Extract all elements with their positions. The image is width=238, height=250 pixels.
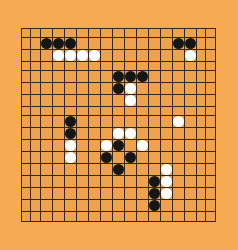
board-cell: [161, 200, 173, 212]
board-cell: [125, 83, 137, 95]
board-cell: [173, 140, 185, 152]
board-cell: [161, 152, 173, 164]
board-cell: [77, 83, 89, 95]
board-cell: [65, 116, 77, 128]
board-cell: [206, 188, 215, 200]
black-stone: [149, 200, 160, 211]
board-cell: [53, 164, 65, 176]
board-cell: [197, 95, 206, 107]
board-cell: [161, 188, 173, 200]
board-cell: [41, 188, 53, 200]
board-cell: [31, 188, 40, 200]
black-stone: [65, 116, 76, 127]
board-cell: [113, 50, 125, 62]
board-cell: [125, 200, 137, 212]
board-cell: [197, 212, 206, 221]
board-cell: [185, 50, 197, 62]
board-cell: [22, 140, 31, 152]
board-cell: [89, 128, 101, 140]
board-cell: [185, 176, 197, 188]
board-cell: [206, 212, 215, 221]
board-cell: [77, 152, 89, 164]
board-cell: [161, 107, 173, 116]
board-cell: [101, 50, 113, 62]
black-stone: [125, 152, 136, 163]
board-cell: [89, 176, 101, 188]
board-cell: [101, 188, 113, 200]
black-stone: [149, 188, 160, 199]
board-cell: [41, 107, 53, 116]
board-cell: [173, 95, 185, 107]
board-cell: [113, 140, 125, 152]
board-cell: [149, 140, 161, 152]
board-cell: [197, 83, 206, 95]
board-cell: [113, 164, 125, 176]
board-cell: [137, 116, 149, 128]
board-cell: [185, 95, 197, 107]
board-cell: [197, 38, 206, 50]
black-stone: [53, 38, 64, 49]
board-cell: [173, 62, 185, 71]
board-cell: [173, 200, 185, 212]
white-stone: [125, 128, 136, 139]
board-cell: [161, 176, 173, 188]
board-cell: [113, 71, 125, 83]
board-cell: [197, 71, 206, 83]
white-stone: [53, 50, 64, 61]
black-stone: [137, 71, 148, 82]
board-cell: [185, 140, 197, 152]
board-cell: [31, 164, 40, 176]
board-cell: [53, 212, 65, 221]
board-cell: [185, 83, 197, 95]
board-cell: [41, 116, 53, 128]
board-cell: [113, 116, 125, 128]
board-cell: [22, 152, 31, 164]
board-cell: [41, 83, 53, 95]
board-cell: [185, 212, 197, 221]
black-stone: [113, 71, 124, 82]
board-cell: [101, 95, 113, 107]
board-cell: [53, 188, 65, 200]
board-cell: [185, 152, 197, 164]
board-cell: [185, 128, 197, 140]
board-cell: [137, 83, 149, 95]
board-cell: [125, 188, 137, 200]
board-cell: [113, 38, 125, 50]
white-stone: [113, 128, 124, 139]
board-cell: [53, 116, 65, 128]
board-cell: [173, 107, 185, 116]
board-cell: [185, 107, 197, 116]
board-cell: [185, 62, 197, 71]
board-cell: [31, 107, 40, 116]
board-cell: [149, 116, 161, 128]
board-cell: [101, 107, 113, 116]
board-cell: [31, 71, 40, 83]
board-cell: [125, 38, 137, 50]
board-cell: [89, 140, 101, 152]
board-cell: [185, 71, 197, 83]
board-cell: [101, 62, 113, 71]
board-cell: [113, 29, 125, 38]
board-cell: [41, 212, 53, 221]
board-cell: [89, 152, 101, 164]
board-cell: [161, 128, 173, 140]
board-cell: [113, 212, 125, 221]
board-cell: [173, 212, 185, 221]
board-cell: [31, 83, 40, 95]
board-cell: [149, 95, 161, 107]
board-cell: [149, 128, 161, 140]
board-cell: [41, 152, 53, 164]
board-cell: [206, 176, 215, 188]
board-cell: [101, 116, 113, 128]
board-cell: [22, 83, 31, 95]
board-cell: [185, 164, 197, 176]
board-cell: [161, 95, 173, 107]
board-cell: [89, 188, 101, 200]
board-cell: [89, 71, 101, 83]
board-cell: [31, 176, 40, 188]
white-stone: [125, 83, 136, 94]
board-cell: [101, 200, 113, 212]
board-cell: [77, 188, 89, 200]
black-stone: [149, 176, 160, 187]
board-cell: [41, 71, 53, 83]
board-cell: [53, 176, 65, 188]
board-cell: [173, 50, 185, 62]
board-cell: [125, 128, 137, 140]
board-cell: [22, 95, 31, 107]
board-cell: [197, 29, 206, 38]
board-cell: [65, 62, 77, 71]
board-cell: [161, 140, 173, 152]
white-stone: [89, 50, 100, 61]
white-stone: [161, 188, 172, 199]
board-cell: [89, 116, 101, 128]
board-cell: [137, 38, 149, 50]
board-cell: [65, 38, 77, 50]
board-cell: [53, 71, 65, 83]
board-cell: [31, 116, 40, 128]
board-cell: [65, 200, 77, 212]
board-cell: [125, 164, 137, 176]
board-cell: [149, 164, 161, 176]
black-stone: [65, 128, 76, 139]
board-cell: [77, 212, 89, 221]
board-cell: [173, 38, 185, 50]
board-cell: [173, 71, 185, 83]
black-stone: [185, 38, 196, 49]
board-cell: [161, 83, 173, 95]
white-stone: [77, 50, 88, 61]
board-cell: [89, 107, 101, 116]
board-cell: [22, 176, 31, 188]
board-cell: [53, 200, 65, 212]
board-cell: [113, 128, 125, 140]
board-cell: [65, 164, 77, 176]
board-cell: [125, 71, 137, 83]
board-cell: [22, 29, 31, 38]
board-cell: [149, 38, 161, 50]
board-cell: [65, 140, 77, 152]
board-cell: [113, 107, 125, 116]
board-cell: [173, 188, 185, 200]
white-stone: [65, 140, 76, 151]
board-cell: [41, 140, 53, 152]
board-cell: [125, 176, 137, 188]
board-cell: [137, 152, 149, 164]
board-cell: [137, 95, 149, 107]
board-cell: [197, 116, 206, 128]
board-cell: [65, 50, 77, 62]
board-cell: [197, 200, 206, 212]
board-cell: [101, 152, 113, 164]
board-cell: [31, 62, 40, 71]
board-cell: [53, 29, 65, 38]
board-cell: [149, 29, 161, 38]
board-cell: [41, 29, 53, 38]
board-cell: [65, 29, 77, 38]
board-cell: [149, 62, 161, 71]
board-cell: [53, 62, 65, 71]
board-cell: [206, 200, 215, 212]
board-cell: [125, 50, 137, 62]
white-stone: [125, 95, 136, 106]
board-cell: [41, 95, 53, 107]
board-cell: [113, 152, 125, 164]
board-cell: [65, 176, 77, 188]
board-cell: [137, 71, 149, 83]
board-cell: [22, 62, 31, 71]
board-cell: [31, 128, 40, 140]
board-cell: [22, 164, 31, 176]
board-cell: [89, 95, 101, 107]
board-cell: [77, 200, 89, 212]
board-cell: [101, 83, 113, 95]
board-cell: [206, 140, 215, 152]
board-cell: [22, 188, 31, 200]
board-cell: [137, 128, 149, 140]
board-cell: [22, 71, 31, 83]
black-stone: [101, 152, 112, 163]
board-cell: [161, 38, 173, 50]
board-cell: [89, 200, 101, 212]
board-cell: [101, 140, 113, 152]
board-cell: [77, 29, 89, 38]
board-cell: [197, 152, 206, 164]
board-cell: [77, 116, 89, 128]
board-cell: [101, 128, 113, 140]
board-cell: [89, 29, 101, 38]
board-cell: [41, 200, 53, 212]
board-cell: [89, 212, 101, 221]
board-cell: [149, 152, 161, 164]
board-cell: [173, 152, 185, 164]
board-cell: [22, 107, 31, 116]
board-cell: [89, 164, 101, 176]
board-cell: [185, 38, 197, 50]
go-board: [21, 28, 216, 222]
board-cell: [125, 95, 137, 107]
board-cell: [77, 164, 89, 176]
board-cell: [173, 176, 185, 188]
board-cell: [173, 83, 185, 95]
board-cell: [173, 164, 185, 176]
board-cell: [113, 83, 125, 95]
board-cell: [41, 50, 53, 62]
board-cell: [77, 107, 89, 116]
board-cell: [31, 38, 40, 50]
board-cell: [149, 212, 161, 221]
board-cell: [137, 176, 149, 188]
black-stone: [173, 38, 184, 49]
board-cell: [65, 152, 77, 164]
board-cell: [149, 50, 161, 62]
board-cell: [22, 212, 31, 221]
board-cell: [65, 95, 77, 107]
board-cell: [31, 212, 40, 221]
board-cell: [185, 188, 197, 200]
board-cell: [206, 107, 215, 116]
board-cell: [161, 71, 173, 83]
board-cell: [53, 128, 65, 140]
board-cell: [77, 38, 89, 50]
board-cell: [149, 188, 161, 200]
board-cell: [65, 212, 77, 221]
board-cell: [137, 200, 149, 212]
board-cell: [113, 200, 125, 212]
board-cell: [206, 29, 215, 38]
board-cell: [149, 83, 161, 95]
board-cell: [197, 62, 206, 71]
board-cell: [53, 83, 65, 95]
board-cell: [149, 200, 161, 212]
white-stone: [137, 140, 148, 151]
board-cell: [77, 128, 89, 140]
white-stone: [65, 152, 76, 163]
board-cell: [206, 128, 215, 140]
board-cell: [22, 50, 31, 62]
board-cell: [206, 50, 215, 62]
board-cell: [161, 62, 173, 71]
board-cell: [197, 176, 206, 188]
white-stone: [173, 116, 184, 127]
board-cell: [125, 212, 137, 221]
board-cell: [53, 140, 65, 152]
white-stone: [101, 140, 112, 151]
board-cell: [101, 164, 113, 176]
board-cell: [101, 29, 113, 38]
board-cell: [53, 95, 65, 107]
board-cell: [77, 71, 89, 83]
board-cell: [149, 176, 161, 188]
white-stone: [65, 50, 76, 61]
board-cell: [53, 107, 65, 116]
board-cell: [65, 188, 77, 200]
board-cell: [197, 140, 206, 152]
board-cell: [113, 62, 125, 71]
board-cell: [161, 212, 173, 221]
board-cell: [206, 116, 215, 128]
board-cell: [125, 116, 137, 128]
board-cell: [65, 107, 77, 116]
board-cell: [113, 188, 125, 200]
board-cell: [206, 71, 215, 83]
board-cell: [137, 29, 149, 38]
board-cell: [22, 128, 31, 140]
board-cell: [101, 212, 113, 221]
black-stone: [113, 140, 124, 151]
board-cell: [65, 128, 77, 140]
white-stone: [161, 176, 172, 187]
board-cell: [197, 107, 206, 116]
board-cell: [161, 164, 173, 176]
board-cell: [101, 176, 113, 188]
board-cell: [31, 95, 40, 107]
board-cell: [41, 128, 53, 140]
board-cell: [206, 83, 215, 95]
board-cell: [173, 116, 185, 128]
background: { "game": "go", "board": { "grid_lines":…: [0, 0, 238, 250]
black-stone: [125, 71, 136, 82]
board-cell: [206, 152, 215, 164]
board-cell: [185, 200, 197, 212]
white-stone: [185, 50, 196, 61]
board-cell: [113, 176, 125, 188]
board-cell: [197, 188, 206, 200]
board-cell: [77, 62, 89, 71]
board-cell: [101, 38, 113, 50]
white-stone: [161, 164, 172, 175]
board-cell: [137, 50, 149, 62]
black-stone: [41, 38, 52, 49]
board-cell: [53, 152, 65, 164]
black-stone: [65, 38, 76, 49]
board-cell: [77, 140, 89, 152]
board-cell: [125, 152, 137, 164]
board-cell: [41, 176, 53, 188]
board-cell: [77, 95, 89, 107]
board-cell: [41, 62, 53, 71]
black-stone: [113, 83, 124, 94]
board-cell: [125, 62, 137, 71]
board-cell: [197, 164, 206, 176]
board-cell: [22, 200, 31, 212]
board-cell: [161, 50, 173, 62]
board-cell: [89, 38, 101, 50]
board-cell: [149, 71, 161, 83]
board-cell: [125, 29, 137, 38]
board-cell: [197, 50, 206, 62]
board-cell: [31, 140, 40, 152]
board-cell: [137, 212, 149, 221]
board-cell: [53, 50, 65, 62]
board-cell: [137, 164, 149, 176]
board-cell: [101, 71, 113, 83]
board-cell: [149, 107, 161, 116]
board-cell: [41, 38, 53, 50]
board-cell: [206, 164, 215, 176]
board-cell: [89, 62, 101, 71]
board-cell: [31, 152, 40, 164]
board-cell: [161, 116, 173, 128]
board-cell: [137, 107, 149, 116]
board-cell: [206, 62, 215, 71]
board-cell: [22, 38, 31, 50]
board-cell: [197, 128, 206, 140]
